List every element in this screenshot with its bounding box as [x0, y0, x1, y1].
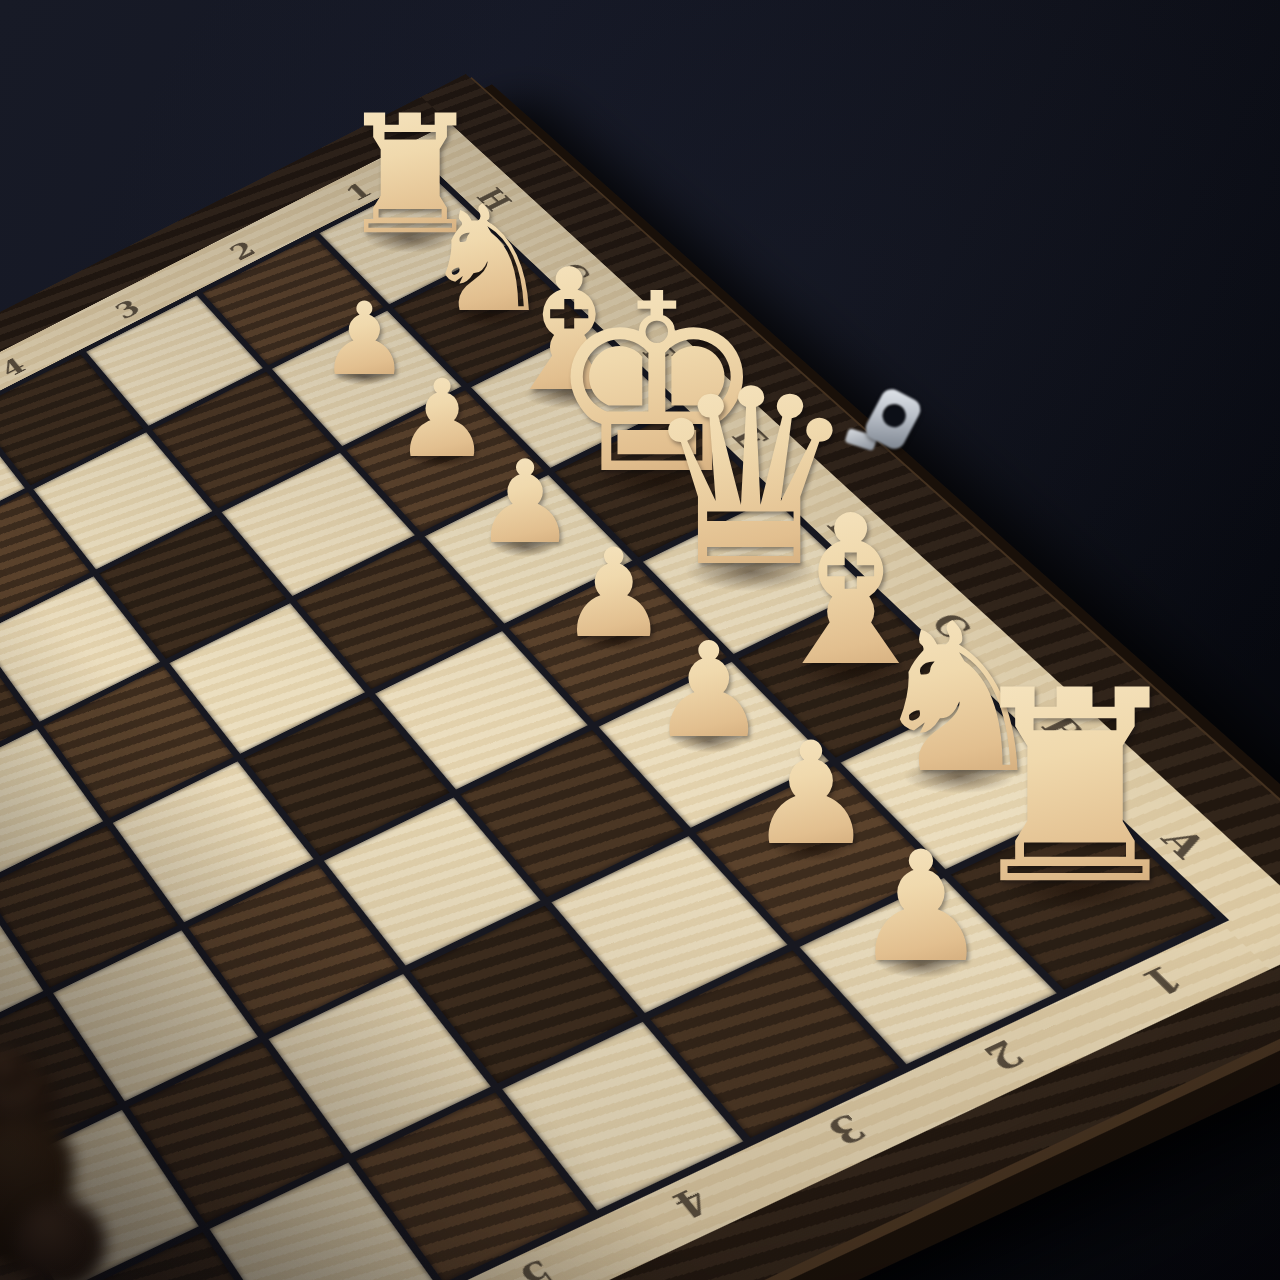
piece-white-rook-a1[interactable]: ♜: [956, 656, 1194, 921]
offboard-dark-piece-2: [0, 1188, 114, 1280]
pieces-layer: ♜♞♝♛♚♝♞♜♟♟♟♟♟♟♟: [0, 0, 1280, 1280]
piece-white-pawn-a2[interactable]: ♟: [853, 831, 990, 984]
photo-stage: 1122334455667788ABCDEFGH ♜♞♝♛♚♝♞♜♟♟♟♟♟♟♟: [0, 0, 1280, 1280]
offboard-dark-piece-3: [0, 1040, 38, 1100]
